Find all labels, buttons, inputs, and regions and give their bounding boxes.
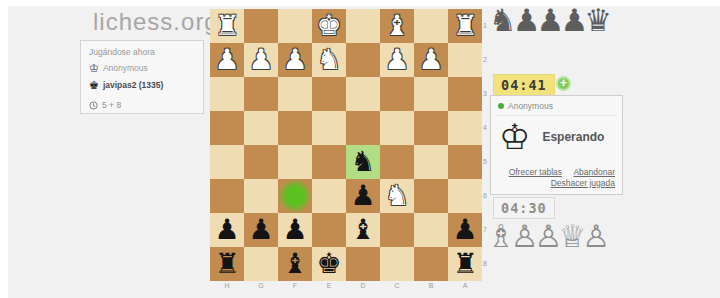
- black-king-e8[interactable]: ♚: [312, 247, 346, 281]
- file-label-d: D: [346, 282, 380, 289]
- opponent-clock: 04:41: [493, 74, 555, 96]
- offer-draw-link[interactable]: Ofrecer tablas: [509, 167, 562, 177]
- square-d5[interactable]: ♞: [346, 145, 380, 179]
- captured-black-pawn-icon: ♟: [537, 2, 561, 38]
- square-e1[interactable]: ♚: [312, 9, 346, 43]
- square-a3[interactable]: [448, 77, 482, 111]
- captured-black-pawn-icon: ♟: [513, 2, 537, 38]
- game-info-title: Jugándose ahora: [89, 47, 195, 57]
- black-pawn-d6[interactable]: ♟: [346, 179, 380, 213]
- game-state-label: Esperando: [542, 130, 604, 144]
- white-pawn-h2[interactable]: ♟: [210, 43, 244, 77]
- square-e2[interactable]: ♞: [312, 43, 346, 77]
- file-label-e: E: [312, 282, 346, 289]
- black-pawn-h7[interactable]: ♟: [210, 213, 244, 247]
- square-c3[interactable]: [380, 77, 414, 111]
- square-f1[interactable]: [278, 9, 312, 43]
- captured-white-pawn-icon: ♙: [535, 218, 559, 254]
- square-h6[interactable]: [210, 179, 244, 213]
- player-white-name: Anonymous: [103, 63, 148, 74]
- square-g6[interactable]: [244, 179, 278, 213]
- captured-white-pawn-icon: ♙: [511, 218, 535, 254]
- file-label-a: A: [448, 282, 482, 289]
- square-a1[interactable]: ♜: [448, 9, 482, 43]
- captured-white-pieces-tray: ♗♙♙♕♙: [487, 218, 606, 254]
- square-e4[interactable]: [312, 111, 346, 145]
- page: lichess.org Jugándose ahora ♔ Anonymous …: [0, 0, 720, 298]
- black-king-icon: ♚: [89, 80, 99, 91]
- square-c7[interactable]: [380, 213, 414, 247]
- black-pawn-f7[interactable]: ♟: [278, 213, 312, 247]
- square-g5[interactable]: [244, 145, 278, 179]
- white-pawn-f2[interactable]: ♟: [278, 43, 312, 77]
- square-a2[interactable]: [448, 43, 482, 77]
- game-actions: Ofrecer tablas Abandonar Deshacer jugada: [500, 167, 615, 189]
- square-f3[interactable]: [278, 77, 312, 111]
- white-pawn-b2[interactable]: ♟: [414, 43, 448, 77]
- square-d2[interactable]: [346, 43, 380, 77]
- square-e3[interactable]: [312, 77, 346, 111]
- square-d4[interactable]: [346, 111, 380, 145]
- white-rook-h1[interactable]: ♜: [210, 9, 244, 43]
- white-rook-a1[interactable]: ♜: [448, 9, 482, 43]
- square-c1[interactable]: ♝: [380, 9, 414, 43]
- square-b1[interactable]: [414, 9, 448, 43]
- clock-icon: [89, 101, 98, 110]
- square-e7[interactable]: [312, 213, 346, 247]
- square-d1[interactable]: [346, 9, 380, 43]
- time-control-label: 5 + 8: [102, 100, 121, 110]
- square-c8[interactable]: [380, 247, 414, 281]
- square-g8[interactable]: [244, 247, 278, 281]
- square-d6[interactable]: ♟: [346, 179, 380, 213]
- square-e6[interactable]: [312, 179, 346, 213]
- square-b5[interactable]: [414, 145, 448, 179]
- game-side-panel: Anonymous ♔ Esperando Ofrecer tablas Aba…: [490, 95, 623, 195]
- square-g2[interactable]: ♟: [244, 43, 278, 77]
- opponent-name: Anonymous: [508, 101, 553, 111]
- square-g1[interactable]: [244, 9, 278, 43]
- square-f7[interactable]: ♟: [278, 213, 312, 247]
- square-h5[interactable]: [210, 145, 244, 179]
- time-control-row: 5 + 8: [89, 100, 195, 110]
- black-pawn-g7[interactable]: ♟: [244, 213, 278, 247]
- captured-black-pieces-tray: ♞♟♟♟♛: [489, 2, 608, 38]
- board-file-labels: HGFEDCBA: [210, 282, 482, 292]
- square-a5[interactable]: [448, 145, 482, 179]
- square-d3[interactable]: [346, 77, 380, 111]
- square-h2[interactable]: ♟: [210, 43, 244, 77]
- player-clock: 04:30: [493, 197, 555, 219]
- square-h3[interactable]: [210, 77, 244, 111]
- square-c2[interactable]: ♟: [380, 43, 414, 77]
- black-rook-h8[interactable]: ♜: [210, 247, 244, 281]
- square-b6[interactable]: [414, 179, 448, 213]
- white-pawn-g2[interactable]: ♟: [244, 43, 278, 77]
- current-game-info-box: Jugándose ahora ♔ Anonymous ♚ javipas2 (…: [80, 40, 204, 114]
- square-f4[interactable]: [278, 111, 312, 145]
- square-b2[interactable]: ♟: [414, 43, 448, 77]
- square-g3[interactable]: [244, 77, 278, 111]
- file-label-g: G: [244, 282, 278, 289]
- file-label-b: B: [414, 282, 448, 289]
- opponent-status-row: Anonymous: [491, 96, 622, 115]
- square-f2[interactable]: ♟: [278, 43, 312, 77]
- chess-board[interactable]: ♜♚♝♜♟♟♟♞♟♟♞♟♞♟♟♟♝♟♜♝♚♜: [210, 9, 482, 281]
- game-state-row: ♔ Esperando: [491, 116, 622, 157]
- file-label-f: F: [278, 282, 312, 289]
- square-f5[interactable]: [278, 145, 312, 179]
- captured-white-bishop-icon: ♗: [487, 218, 511, 254]
- white-king-e1[interactable]: ♚: [312, 9, 346, 43]
- square-h7[interactable]: ♟: [210, 213, 244, 247]
- lichess-logo[interactable]: lichess.org: [93, 8, 219, 36]
- square-f6[interactable]: [278, 179, 312, 213]
- captured-white-pawn-icon: ♙: [582, 218, 606, 254]
- square-b3[interactable]: [414, 77, 448, 111]
- white-bishop-c1[interactable]: ♝: [380, 9, 414, 43]
- black-bishop-f8[interactable]: ♝: [278, 247, 312, 281]
- white-king-state-icon: ♔: [499, 117, 530, 157]
- online-status-icon: [498, 103, 504, 109]
- white-knight-e2[interactable]: ♞: [312, 43, 346, 77]
- square-a8[interactable]: ♜: [448, 247, 482, 281]
- square-h4[interactable]: [210, 111, 244, 145]
- square-f8[interactable]: ♝: [278, 247, 312, 281]
- square-h8[interactable]: ♜: [210, 247, 244, 281]
- black-rook-a8[interactable]: ♜: [448, 247, 482, 281]
- square-a7[interactable]: ♟: [448, 213, 482, 247]
- undo-move-link[interactable]: Deshacer jugada: [551, 178, 615, 188]
- rank-label-2: 2: [483, 43, 493, 77]
- square-a4[interactable]: [448, 111, 482, 145]
- square-b4[interactable]: [414, 111, 448, 145]
- white-pawn-c2[interactable]: ♟: [380, 43, 414, 77]
- square-b8[interactable]: [414, 247, 448, 281]
- black-pawn-a7[interactable]: ♟: [448, 213, 482, 247]
- square-e8[interactable]: ♚: [312, 247, 346, 281]
- square-g4[interactable]: [244, 111, 278, 145]
- square-d7[interactable]: ♝: [346, 213, 380, 247]
- player-white-row: ♔ Anonymous: [89, 63, 195, 74]
- resign-link[interactable]: Abandonar: [573, 167, 615, 177]
- square-g7[interactable]: ♟: [244, 213, 278, 247]
- captured-black-queen-icon: ♛: [584, 2, 608, 38]
- square-c6[interactable]: ♞: [380, 179, 414, 213]
- player-black-name: javipas2 (1335): [103, 80, 163, 91]
- captured-black-knight-icon: ♞: [489, 2, 513, 38]
- file-label-c: C: [380, 282, 414, 289]
- square-c5[interactable]: [380, 145, 414, 179]
- square-h1[interactable]: ♜: [210, 9, 244, 43]
- square-a6[interactable]: [448, 179, 482, 213]
- file-label-h: H: [210, 282, 244, 289]
- content-area: lichess.org Jugándose ahora ♔ Anonymous …: [8, 6, 720, 298]
- white-knight-c6[interactable]: ♞: [380, 179, 414, 213]
- black-knight-d5[interactable]: ♞: [346, 145, 380, 179]
- white-king-icon: ♔: [89, 63, 99, 74]
- square-e5[interactable]: [312, 145, 346, 179]
- square-c4[interactable]: [380, 111, 414, 145]
- square-d8[interactable]: [346, 247, 380, 281]
- captured-white-queen-icon: ♕: [558, 218, 582, 254]
- player-black-row: ♚ javipas2 (1335): [89, 80, 195, 91]
- black-bishop-d7[interactable]: ♝: [346, 213, 380, 247]
- captured-black-pawn-icon: ♟: [560, 2, 584, 38]
- add-time-button[interactable]: +: [556, 76, 571, 91]
- square-b7[interactable]: [414, 213, 448, 247]
